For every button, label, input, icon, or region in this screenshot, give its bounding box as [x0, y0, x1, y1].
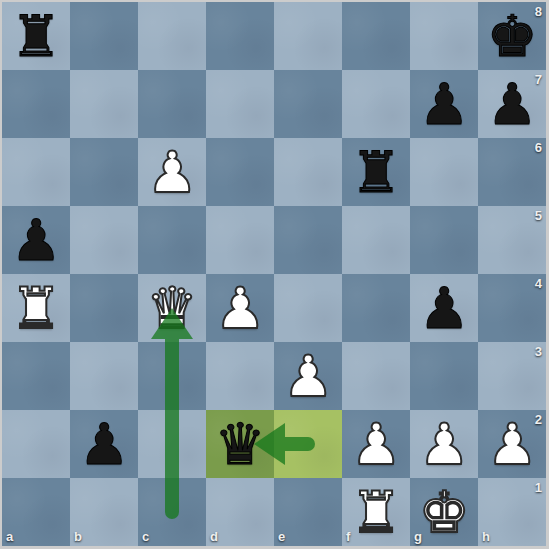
square-f5[interactable]	[342, 206, 410, 274]
square-d1[interactable]: d	[206, 478, 274, 546]
square-e2[interactable]	[274, 410, 342, 478]
rank-label-3: 3	[535, 344, 542, 359]
square-e6[interactable]	[274, 138, 342, 206]
square-f3[interactable]	[342, 342, 410, 410]
file-label-d: d	[210, 529, 218, 544]
square-g6[interactable]	[410, 138, 478, 206]
square-b5[interactable]	[70, 206, 138, 274]
rank-label-1: 1	[535, 480, 542, 495]
square-c8[interactable]	[138, 2, 206, 70]
square-f8[interactable]	[342, 2, 410, 70]
square-b4[interactable]	[70, 274, 138, 342]
piece-white-pawn[interactable]: ♟	[342, 410, 410, 478]
piece-white-pawn[interactable]: ♟	[478, 410, 546, 478]
file-label-b: b	[74, 529, 82, 544]
piece-white-queen[interactable]: ♛	[138, 274, 206, 342]
square-a7[interactable]	[2, 70, 70, 138]
square-g2[interactable]: ♟	[410, 410, 478, 478]
square-g5[interactable]	[410, 206, 478, 274]
square-h5[interactable]: 5	[478, 206, 546, 274]
rank-label-5: 5	[535, 208, 542, 223]
piece-white-king[interactable]: ♚	[410, 478, 478, 546]
square-g7[interactable]: ♟	[410, 70, 478, 138]
piece-white-pawn[interactable]: ♟	[138, 138, 206, 206]
piece-black-king[interactable]: ♚	[478, 2, 546, 70]
rank-label-4: 4	[535, 276, 542, 291]
piece-black-pawn[interactable]: ♟	[2, 206, 70, 274]
square-f1[interactable]: ♜f	[342, 478, 410, 546]
square-g3[interactable]	[410, 342, 478, 410]
square-c6[interactable]: ♟	[138, 138, 206, 206]
square-c1[interactable]: c	[138, 478, 206, 546]
square-a1[interactable]: a	[2, 478, 70, 546]
square-d3[interactable]	[206, 342, 274, 410]
piece-black-pawn[interactable]: ♟	[410, 70, 478, 138]
square-f4[interactable]	[342, 274, 410, 342]
square-d7[interactable]	[206, 70, 274, 138]
square-a5[interactable]: ♟	[2, 206, 70, 274]
square-c3[interactable]	[138, 342, 206, 410]
piece-white-pawn[interactable]: ♟	[410, 410, 478, 478]
square-f6[interactable]: ♜	[342, 138, 410, 206]
file-label-h: h	[482, 529, 490, 544]
piece-black-pawn[interactable]: ♟	[70, 410, 138, 478]
square-a8[interactable]: ♜	[2, 2, 70, 70]
file-label-a: a	[6, 529, 13, 544]
file-label-c: c	[142, 529, 149, 544]
piece-black-rook[interactable]: ♜	[2, 2, 70, 70]
square-b3[interactable]	[70, 342, 138, 410]
chess-board-page: ♜♚8♟♟7♟♜6♟5♜♛♟♟4♟3♟♛♟♟♟2abcde♜f♚gh1	[0, 0, 549, 549]
square-a3[interactable]	[2, 342, 70, 410]
piece-white-rook[interactable]: ♜	[2, 274, 70, 342]
square-c5[interactable]	[138, 206, 206, 274]
square-g1[interactable]: ♚g	[410, 478, 478, 546]
square-d6[interactable]	[206, 138, 274, 206]
square-h3[interactable]: 3	[478, 342, 546, 410]
square-b7[interactable]	[70, 70, 138, 138]
square-d5[interactable]	[206, 206, 274, 274]
piece-black-pawn[interactable]: ♟	[478, 70, 546, 138]
square-e5[interactable]	[274, 206, 342, 274]
square-e3[interactable]: ♟	[274, 342, 342, 410]
piece-white-rook[interactable]: ♜	[342, 478, 410, 546]
square-h1[interactable]: h1	[478, 478, 546, 546]
square-d2[interactable]: ♛	[206, 410, 274, 478]
square-h7[interactable]: ♟7	[478, 70, 546, 138]
square-b8[interactable]	[70, 2, 138, 70]
piece-white-pawn[interactable]: ♟	[206, 274, 274, 342]
square-h8[interactable]: ♚8	[478, 2, 546, 70]
square-f2[interactable]: ♟	[342, 410, 410, 478]
square-c2[interactable]	[138, 410, 206, 478]
square-e4[interactable]	[274, 274, 342, 342]
square-b2[interactable]: ♟	[70, 410, 138, 478]
square-e1[interactable]: e	[274, 478, 342, 546]
square-d4[interactable]: ♟	[206, 274, 274, 342]
square-b1[interactable]: b	[70, 478, 138, 546]
piece-black-queen[interactable]: ♛	[206, 410, 274, 478]
square-d8[interactable]	[206, 2, 274, 70]
square-a4[interactable]: ♜	[2, 274, 70, 342]
piece-black-pawn[interactable]: ♟	[410, 274, 478, 342]
piece-black-rook[interactable]: ♜	[342, 138, 410, 206]
square-e8[interactable]	[274, 2, 342, 70]
square-a6[interactable]	[2, 138, 70, 206]
square-c4[interactable]: ♛	[138, 274, 206, 342]
piece-white-pawn[interactable]: ♟	[274, 342, 342, 410]
square-g4[interactable]: ♟	[410, 274, 478, 342]
square-b6[interactable]	[70, 138, 138, 206]
square-h6[interactable]: 6	[478, 138, 546, 206]
square-e7[interactable]	[274, 70, 342, 138]
square-h4[interactable]: 4	[478, 274, 546, 342]
square-g8[interactable]	[410, 2, 478, 70]
square-h2[interactable]: ♟2	[478, 410, 546, 478]
square-a2[interactable]	[2, 410, 70, 478]
square-c7[interactable]	[138, 70, 206, 138]
rank-label-6: 6	[535, 140, 542, 155]
square-f7[interactable]	[342, 70, 410, 138]
chess-board: ♜♚8♟♟7♟♜6♟5♜♛♟♟4♟3♟♛♟♟♟2abcde♜f♚gh1	[2, 2, 546, 546]
file-label-e: e	[278, 529, 285, 544]
